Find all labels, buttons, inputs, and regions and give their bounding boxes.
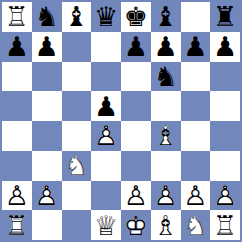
square-d5[interactable]: ♟ [91, 91, 121, 121]
white-pawn-outline-icon: ♙ [32, 181, 62, 211]
black-pawn[interactable]: ♟ [121, 32, 151, 62]
square-b5[interactable] [32, 91, 62, 121]
square-g8[interactable] [181, 2, 211, 32]
black-knight-icon: ♞ [32, 2, 62, 32]
black-knight[interactable]: ♞ [32, 2, 62, 32]
white-bishop[interactable]: ♝♗ [151, 210, 181, 240]
square-f8[interactable]: ♝ [151, 2, 181, 32]
square-h3[interactable] [210, 151, 240, 181]
square-a8[interactable]: ♜♖ [2, 2, 32, 32]
square-e7[interactable]: ♟ [121, 32, 151, 62]
white-knight-outline-icon: ♘ [181, 210, 211, 240]
white-bishop-outline-icon: ♗ [151, 121, 181, 151]
square-h8[interactable]: ♜ [210, 2, 240, 32]
square-a1[interactable]: ♜♖ [2, 210, 32, 240]
square-b4[interactable] [32, 121, 62, 151]
square-b1[interactable] [32, 210, 62, 240]
square-a2[interactable]: ♟♙ [2, 181, 32, 211]
square-c5[interactable] [62, 91, 92, 121]
black-pawn-icon: ♟ [151, 32, 181, 62]
black-rook-icon: ♜ [210, 2, 240, 32]
square-e2[interactable]: ♟♙ [121, 181, 151, 211]
black-knight[interactable]: ♞ [151, 62, 181, 92]
black-pawn-icon: ♟ [121, 32, 151, 62]
square-d3[interactable] [91, 151, 121, 181]
white-pawn-outline-icon: ♙ [91, 121, 121, 151]
black-pawn-icon: ♟ [32, 32, 62, 62]
square-h1[interactable]: ♜♖ [210, 210, 240, 240]
square-g3[interactable] [181, 151, 211, 181]
white-pawn-outline-icon: ♙ [210, 181, 240, 211]
square-d2[interactable] [91, 181, 121, 211]
square-e5[interactable] [121, 91, 151, 121]
square-e3[interactable] [121, 151, 151, 181]
square-f3[interactable] [151, 151, 181, 181]
square-f2[interactable]: ♟♙ [151, 181, 181, 211]
square-a6[interactable] [2, 62, 32, 92]
square-a7[interactable]: ♟ [2, 32, 32, 62]
square-d8[interactable]: ♛ [91, 2, 121, 32]
square-f5[interactable] [151, 91, 181, 121]
square-e4[interactable] [121, 121, 151, 151]
square-e6[interactable] [121, 62, 151, 92]
black-pawn[interactable]: ♟ [210, 32, 240, 62]
white-pawn[interactable]: ♟♙ [91, 121, 121, 151]
black-pawn[interactable]: ♟ [151, 32, 181, 62]
square-d1[interactable]: ♛♕ [91, 210, 121, 240]
black-king-icon: ♚ [121, 2, 151, 32]
square-a3[interactable] [2, 151, 32, 181]
square-b6[interactable] [32, 62, 62, 92]
square-g7[interactable]: ♟ [181, 32, 211, 62]
black-king[interactable]: ♚ [121, 2, 151, 32]
white-pawn-outline-icon: ♙ [181, 181, 211, 211]
white-knight-outline-icon: ♘ [62, 151, 92, 181]
square-f7[interactable]: ♟ [151, 32, 181, 62]
chess-board: ♜♖♞♝♛♚♝♜♟♟♟♟♟♟♞♟♟♙♝♗♞♘♟♙♟♙♟♙♟♙♟♙♟♙♜♖♛♕♚♔… [0, 0, 242, 242]
white-bishop[interactable]: ♝♗ [151, 121, 181, 151]
white-pawn[interactable]: ♟♙ [210, 181, 240, 211]
square-b2[interactable]: ♟♙ [32, 181, 62, 211]
square-g5[interactable] [181, 91, 211, 121]
square-c8[interactable]: ♝ [62, 2, 92, 32]
white-knight[interactable]: ♞♘ [62, 151, 92, 181]
square-f4[interactable]: ♝♗ [151, 121, 181, 151]
square-h6[interactable] [210, 62, 240, 92]
white-knight[interactable]: ♞♘ [181, 210, 211, 240]
square-c7[interactable] [62, 32, 92, 62]
square-g1[interactable]: ♞♘ [181, 210, 211, 240]
square-b8[interactable]: ♞ [32, 2, 62, 32]
square-g6[interactable] [181, 62, 211, 92]
white-pawn-outline-icon: ♙ [121, 181, 151, 211]
square-h5[interactable] [210, 91, 240, 121]
square-a4[interactable] [2, 121, 32, 151]
square-g4[interactable] [181, 121, 211, 151]
white-pawn[interactable]: ♟♙ [32, 181, 62, 211]
black-rook[interactable]: ♜ [210, 2, 240, 32]
square-c2[interactable] [62, 181, 92, 211]
square-f6[interactable]: ♞ [151, 62, 181, 92]
square-c1[interactable] [62, 210, 92, 240]
square-h4[interactable] [210, 121, 240, 151]
white-queen[interactable]: ♛♕ [91, 210, 121, 240]
black-queen[interactable]: ♛ [91, 2, 121, 32]
black-pawn[interactable]: ♟ [2, 32, 32, 62]
white-rook-outline-icon: ♖ [2, 210, 32, 240]
white-king-outline-icon: ♔ [121, 210, 151, 240]
black-bishop-icon: ♝ [62, 2, 92, 32]
square-b3[interactable] [32, 151, 62, 181]
black-queen-icon: ♛ [91, 2, 121, 32]
square-c4[interactable] [62, 121, 92, 151]
white-rook[interactable]: ♜♖ [210, 210, 240, 240]
square-b7[interactable]: ♟ [32, 32, 62, 62]
white-queen-outline-icon: ♕ [91, 210, 121, 240]
black-bishop-icon: ♝ [151, 2, 181, 32]
black-pawn[interactable]: ♟ [181, 32, 211, 62]
square-a5[interactable] [2, 91, 32, 121]
square-d6[interactable] [91, 62, 121, 92]
square-f1[interactable]: ♝♗ [151, 210, 181, 240]
square-h2[interactable]: ♟♙ [210, 181, 240, 211]
black-knight-icon: ♞ [151, 62, 181, 92]
square-h7[interactable]: ♟ [210, 32, 240, 62]
black-pawn-icon: ♟ [2, 32, 32, 62]
square-e1[interactable]: ♚♔ [121, 210, 151, 240]
white-rook-outline-icon: ♖ [210, 210, 240, 240]
black-bishop[interactable]: ♝ [151, 2, 181, 32]
white-pawn[interactable]: ♟♙ [181, 181, 211, 211]
white-rook[interactable]: ♜♖ [2, 2, 32, 32]
square-d7[interactable] [91, 32, 121, 62]
white-bishop-outline-icon: ♗ [151, 210, 181, 240]
white-pawn[interactable]: ♟♙ [121, 181, 151, 211]
white-rook-outline-icon: ♖ [2, 2, 32, 32]
white-king[interactable]: ♚♔ [121, 210, 151, 240]
square-e8[interactable]: ♚ [121, 2, 151, 32]
white-pawn[interactable]: ♟♙ [151, 181, 181, 211]
white-pawn[interactable]: ♟♙ [2, 181, 32, 211]
white-pawn-outline-icon: ♙ [2, 181, 32, 211]
black-bishop[interactable]: ♝ [62, 2, 92, 32]
black-pawn[interactable]: ♟ [32, 32, 62, 62]
square-d4[interactable]: ♟♙ [91, 121, 121, 151]
black-pawn-icon: ♟ [91, 91, 121, 121]
white-pawn-outline-icon: ♙ [151, 181, 181, 211]
square-c6[interactable] [62, 62, 92, 92]
square-g2[interactable]: ♟♙ [181, 181, 211, 211]
square-c3[interactable]: ♞♘ [62, 151, 92, 181]
white-rook[interactable]: ♜♖ [2, 210, 32, 240]
black-pawn-icon: ♟ [210, 32, 240, 62]
black-pawn[interactable]: ♟ [91, 91, 121, 121]
black-pawn-icon: ♟ [181, 32, 211, 62]
